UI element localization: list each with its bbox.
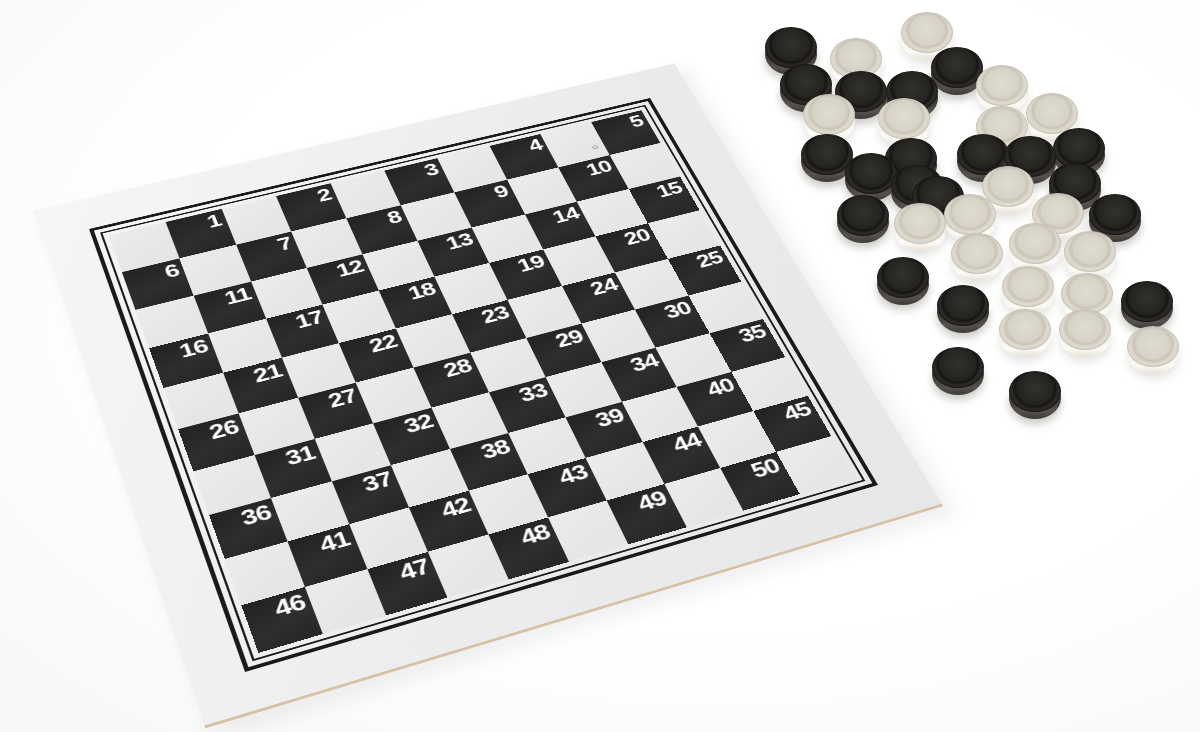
photo-scene: 1234567891011121314151617181920212223242… [0,0,1200,732]
black-checker-top [1121,281,1173,322]
white-checker-top [951,233,1003,274]
black-checker-piece[interactable] [845,153,897,201]
black-checker-top [845,153,897,194]
black-checker-piece[interactable] [937,285,989,333]
white-checker-piece[interactable] [951,233,1003,281]
black-checker-piece[interactable] [877,257,929,305]
white-checker-piece[interactable] [999,309,1051,357]
white-checker-top [1009,223,1061,264]
black-checker-top [837,195,889,236]
black-checker-top [765,27,817,68]
white-checker-piece[interactable] [1127,326,1179,374]
black-checker-top [1089,194,1141,235]
white-checker-piece[interactable] [1009,223,1061,271]
black-checker-piece[interactable] [932,347,984,395]
black-checker-top [932,347,984,388]
white-checker-top [1064,231,1116,272]
white-checker-piece[interactable] [894,203,946,251]
white-checker-top [1127,326,1179,367]
black-checker-top [937,285,989,326]
white-checker-top [878,98,930,139]
white-checker-top [1059,309,1111,350]
white-checker-piece[interactable] [1059,309,1111,357]
black-checker-top [877,257,929,298]
black-checker-piece[interactable] [837,195,889,243]
white-checker-top [999,309,1051,350]
black-checker-top [1009,371,1061,412]
pieces-pile [0,0,1200,732]
white-checker-top [944,194,996,235]
black-checker-piece[interactable] [1009,371,1061,419]
white-checker-top [976,65,1028,106]
white-checker-piece[interactable] [1002,266,1054,314]
black-checker-piece[interactable] [1121,281,1173,329]
white-checker-top [894,203,946,244]
white-checker-top [1002,266,1054,307]
white-checker-piece[interactable] [1064,231,1116,279]
white-checker-top [803,94,855,135]
white-checker-top [1061,273,1113,314]
